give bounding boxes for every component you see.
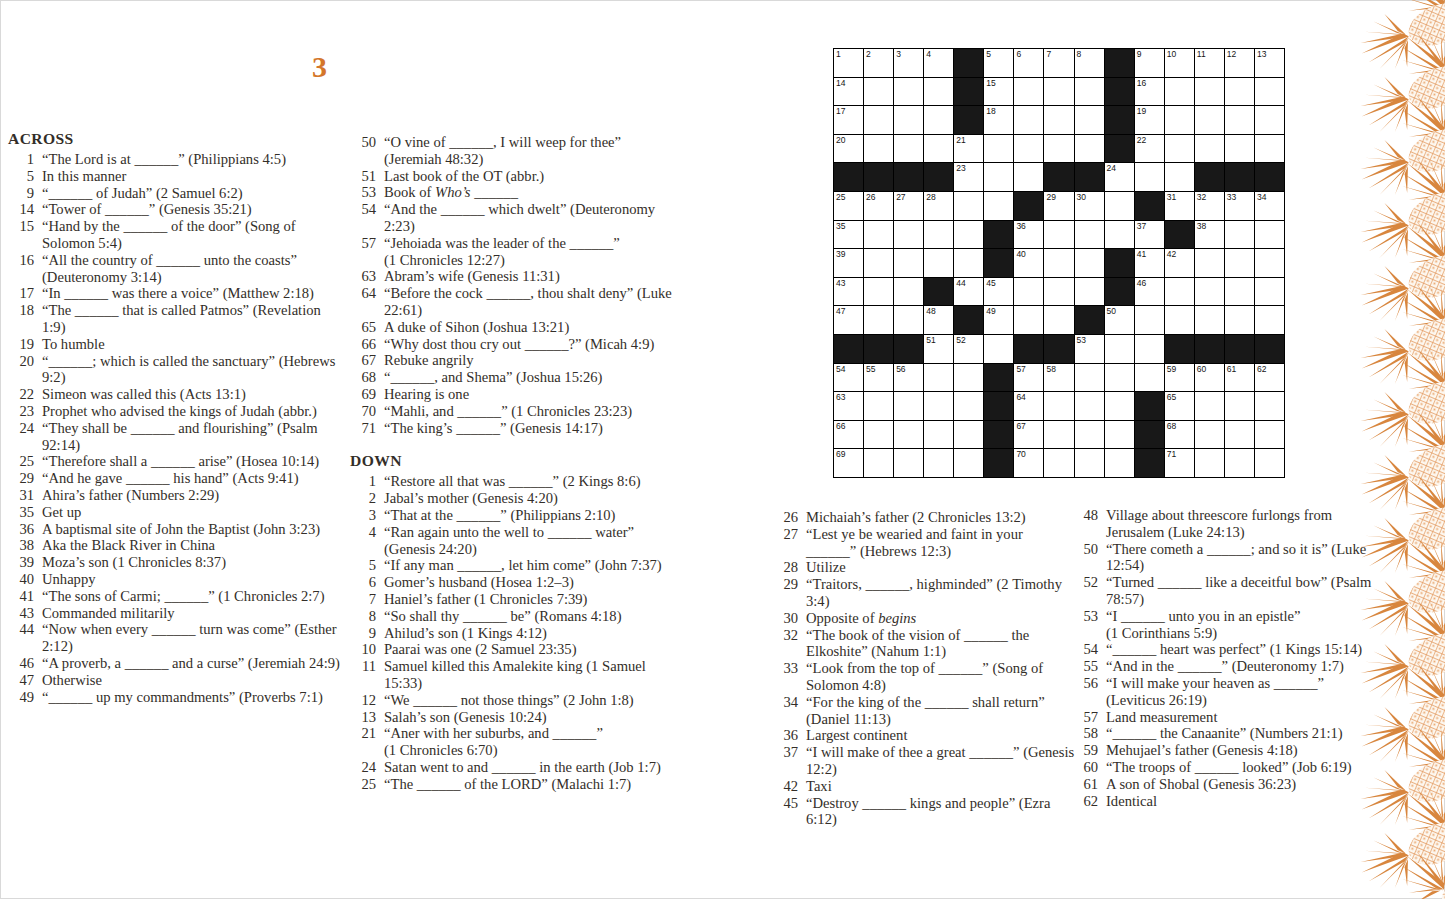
- grid-cell[interactable]: [924, 421, 953, 449]
- grid-cell[interactable]: 70: [1014, 449, 1043, 477]
- clue-text: “Traitors, ______, highminded” (2 Timoth…: [806, 576, 1076, 610]
- clue-number: 33: [772, 660, 798, 694]
- clue-text: Abram’s wife (Genesis 11:31): [384, 268, 672, 285]
- grid-cell[interactable]: [1255, 306, 1284, 334]
- grid-block-cell: [1225, 163, 1254, 191]
- grid-block-cell: [984, 249, 1013, 277]
- grid-cell[interactable]: [984, 135, 1013, 163]
- pineapple-icon: [1351, 111, 1445, 207]
- clue-text: Jabal’s mother (Genesis 4:20): [384, 490, 672, 507]
- grid-cell[interactable]: [894, 221, 923, 249]
- grid-cell[interactable]: 5: [984, 49, 1013, 77]
- clue-item: 12“We ______ not those things” (2 John 1…: [350, 692, 672, 709]
- clue-item: 37“I will make of thee a great ______” (…: [772, 744, 1076, 778]
- grid-cell[interactable]: [864, 421, 893, 449]
- grid-cell[interactable]: [1255, 221, 1284, 249]
- grid-cell[interactable]: [1195, 392, 1224, 420]
- grid-cell[interactable]: [954, 249, 983, 277]
- grid-cell[interactable]: 63: [834, 392, 863, 420]
- grid-block-cell: [1105, 249, 1134, 277]
- clue-item: 36Largest continent: [772, 727, 1076, 744]
- cell-number: 35: [836, 221, 845, 231]
- clue-number: 37: [772, 744, 798, 778]
- down-header: DOWN: [350, 451, 672, 470]
- clue-text: “Lest ye be wearied and faint in your __…: [806, 526, 1076, 560]
- grid-cell[interactable]: [1195, 135, 1224, 163]
- grid-cell[interactable]: [1105, 221, 1134, 249]
- grid-cell[interactable]: 56: [894, 364, 923, 392]
- clue-text: “The king’s ______” (Genesis 14:17): [384, 420, 672, 437]
- clue-text: “______, and Shema” (Joshua 15:26): [384, 369, 672, 386]
- grid-cell[interactable]: 11: [1195, 49, 1224, 77]
- cell-number: 47: [836, 306, 845, 316]
- clue-text: “The sons of Carmi; ______” (1 Chronicle…: [42, 588, 340, 605]
- grid-cell[interactable]: 51: [924, 335, 953, 363]
- clue-item: 35Get up: [8, 504, 340, 521]
- grid-cell[interactable]: [1255, 392, 1284, 420]
- clue-item: 48Village about threescore furlongs from…: [1072, 507, 1378, 541]
- grid-cell[interactable]: [864, 392, 893, 420]
- grid-cell[interactable]: [1195, 449, 1224, 477]
- grid-cell[interactable]: 20: [834, 135, 863, 163]
- grid-cell[interactable]: 34: [1255, 192, 1284, 220]
- grid-cell[interactable]: [1044, 306, 1073, 334]
- grid-cell[interactable]: 21: [954, 135, 983, 163]
- cell-number: 68: [1167, 421, 1176, 431]
- grid-cell[interactable]: 10: [1165, 49, 1194, 77]
- grid-block-cell: [864, 163, 893, 191]
- grid-cell[interactable]: [1225, 278, 1254, 306]
- cell-number: 31: [1167, 192, 1176, 202]
- clue-item: 32“The book of the vision of ______ the …: [772, 627, 1076, 661]
- grid-cell[interactable]: [954, 392, 983, 420]
- grid-cell[interactable]: [864, 278, 893, 306]
- grid-cell[interactable]: [1195, 421, 1224, 449]
- grid-cell[interactable]: 33: [1225, 192, 1254, 220]
- grid-cell[interactable]: [894, 278, 923, 306]
- grid-cell[interactable]: 39: [834, 249, 863, 277]
- grid-cell[interactable]: 38: [1195, 221, 1224, 249]
- grid-block-cell: [1135, 192, 1164, 220]
- grid-block-cell: [1105, 78, 1134, 106]
- clue-item: 39Moza’s son (1 Chronicles 8:37): [8, 554, 340, 571]
- grid-cell[interactable]: 18: [984, 106, 1013, 134]
- grid-cell[interactable]: [1075, 392, 1104, 420]
- grid-cell[interactable]: [954, 449, 983, 477]
- cell-number: 45: [986, 278, 995, 288]
- clue-item: 47Otherwise: [8, 672, 340, 689]
- clue-number: 46: [8, 655, 34, 672]
- pineapple-icon: [1388, 708, 1445, 825]
- clue-item: 8“So shall thy ______ be” (Romans 4:18): [350, 608, 672, 625]
- grid-cell[interactable]: [1195, 278, 1224, 306]
- clue-number: 41: [8, 588, 34, 605]
- grid-cell[interactable]: [1225, 449, 1254, 477]
- grid-cell[interactable]: [1075, 106, 1104, 134]
- cell-number: 42: [1167, 249, 1176, 259]
- grid-cell[interactable]: [1075, 421, 1104, 449]
- grid-cell[interactable]: [864, 249, 893, 277]
- grid-cell[interactable]: [1075, 449, 1104, 477]
- grid-cell[interactable]: [984, 163, 1013, 191]
- clue-item: 43Commanded militarily: [8, 605, 340, 622]
- grid-block-cell: [1044, 163, 1073, 191]
- grid-cell[interactable]: 44: [954, 278, 983, 306]
- clue-text: Satan went to and ______ in the earth (J…: [384, 759, 672, 776]
- clue-text: Moza’s son (1 Chronicles 8:37): [42, 554, 340, 571]
- clue-text: “The book of the vision of ______ the El…: [806, 627, 1076, 661]
- clue-text: “Tower of ______” (Genesis 35:21): [42, 201, 340, 218]
- clue-item: 24“They shall be ______ and flourishing”…: [8, 420, 340, 454]
- grid-cell[interactable]: 19: [1135, 106, 1164, 134]
- grid-cell[interactable]: [954, 192, 983, 220]
- clue-text: Commanded militarily: [42, 605, 340, 622]
- grid-cell[interactable]: 2: [864, 49, 893, 77]
- clue-item: 56“I will make your heaven as ______” (L…: [1072, 675, 1378, 709]
- clue-item: 29“And he gave ______ his hand” (Acts 9:…: [8, 470, 340, 487]
- clue-number: 63: [350, 268, 376, 285]
- clue-text: “Now when every ______ turn was come” (E…: [42, 621, 340, 655]
- clue-text: “Turned ______ like a deceitful bow” (Ps…: [1106, 574, 1378, 608]
- grid-cell[interactable]: 61: [1225, 364, 1254, 392]
- grid-cell[interactable]: [1014, 278, 1043, 306]
- grid-cell[interactable]: [1225, 106, 1254, 134]
- grid-block-cell: [954, 106, 983, 134]
- grid-cell[interactable]: [1044, 106, 1073, 134]
- grid-cell[interactable]: 32: [1195, 192, 1224, 220]
- grid-cell[interactable]: 1: [834, 49, 863, 77]
- clue-number: 17: [8, 285, 34, 302]
- clue-number: 45: [772, 795, 798, 829]
- cell-number: 8: [1077, 49, 1082, 59]
- grid-cell[interactable]: 46: [1135, 278, 1164, 306]
- grid-cell[interactable]: [1014, 106, 1043, 134]
- grid-cell[interactable]: 8: [1075, 49, 1104, 77]
- clues-column-1: ACROSS 1“The Lord is at ______” (Philipp…: [8, 129, 340, 705]
- grid-cell[interactable]: [1195, 249, 1224, 277]
- clue-text: Book of Who’s ______: [384, 184, 672, 201]
- grid-cell[interactable]: [894, 249, 923, 277]
- grid-cell[interactable]: [1105, 449, 1134, 477]
- clue-number: 4: [350, 524, 376, 558]
- grid-cell[interactable]: [1105, 364, 1134, 392]
- grid-cell[interactable]: [1044, 421, 1073, 449]
- grid-cell[interactable]: [864, 78, 893, 106]
- grid-cell[interactable]: [924, 106, 953, 134]
- clue-item: 58“______ the Canaanite” (Numbers 21:1): [1072, 725, 1378, 742]
- grid-cell[interactable]: 14: [834, 78, 863, 106]
- cell-number: 52: [956, 335, 965, 345]
- grid-cell[interactable]: [924, 135, 953, 163]
- cell-number: 36: [1016, 221, 1025, 231]
- grid-cell[interactable]: [954, 364, 983, 392]
- grid-cell[interactable]: [1195, 106, 1224, 134]
- clue-item: 36A baptismal site of John the Baptist (…: [8, 521, 340, 538]
- cell-number: 70: [1016, 449, 1025, 459]
- grid-cell[interactable]: 62: [1255, 364, 1284, 392]
- grid-cell[interactable]: [924, 78, 953, 106]
- clue-number: 57: [350, 235, 376, 269]
- grid-cell[interactable]: [1225, 392, 1254, 420]
- pineapple-icon: [1351, 48, 1445, 144]
- clue-text: “______ up my commandments” (Proverbs 7:…: [42, 689, 340, 706]
- grid-cell[interactable]: 23: [954, 163, 983, 191]
- grid-block-cell: [834, 163, 863, 191]
- grid-cell[interactable]: [1255, 106, 1284, 134]
- grid-cell[interactable]: 64: [1014, 392, 1043, 420]
- grid-cell[interactable]: [1255, 449, 1284, 477]
- grid-cell[interactable]: [924, 449, 953, 477]
- grid-cell[interactable]: 12: [1225, 49, 1254, 77]
- grid-cell[interactable]: 15: [984, 78, 1013, 106]
- grid-cell[interactable]: 45: [984, 278, 1013, 306]
- grid-cell[interactable]: 30: [1075, 192, 1104, 220]
- clue-number: 1: [350, 473, 376, 490]
- grid-cell[interactable]: 67: [1014, 421, 1043, 449]
- clue-text: “In ______ was there a voice” (Matthew 2…: [42, 285, 340, 302]
- grid-cell[interactable]: 13: [1255, 49, 1284, 77]
- grid-block-cell: [834, 335, 863, 363]
- grid-cell[interactable]: 24: [1105, 163, 1134, 191]
- grid-cell[interactable]: [1165, 278, 1194, 306]
- pineapple-icon: [1388, 519, 1445, 636]
- grid-cell[interactable]: 9: [1135, 49, 1164, 77]
- grid-cell[interactable]: 66: [834, 421, 863, 449]
- grid-cell[interactable]: [984, 192, 1013, 220]
- grid-cell[interactable]: [1225, 221, 1254, 249]
- clue-number: 23: [8, 403, 34, 420]
- grid-cell[interactable]: [1075, 221, 1104, 249]
- grid-cell[interactable]: 25: [834, 192, 863, 220]
- grid-cell[interactable]: [1014, 78, 1043, 106]
- grid-cell[interactable]: 68: [1165, 421, 1194, 449]
- grid-cell[interactable]: [1195, 78, 1224, 106]
- grid-cell[interactable]: 4: [924, 49, 953, 77]
- clue-item: 49“______ up my commandments” (Proverbs …: [8, 689, 340, 706]
- grid-cell[interactable]: [1255, 249, 1284, 277]
- grid-cell[interactable]: 41: [1135, 249, 1164, 277]
- clue-number: 27: [772, 526, 798, 560]
- grid-cell[interactable]: [1075, 78, 1104, 106]
- grid-cell[interactable]: [1135, 335, 1164, 363]
- cell-number: 34: [1257, 192, 1266, 202]
- grid-cell[interactable]: 29: [1044, 192, 1073, 220]
- clue-number: 18: [8, 302, 34, 336]
- clue-item: 62Identical: [1072, 793, 1378, 810]
- cell-number: 43: [836, 278, 845, 288]
- grid-block-cell: [954, 49, 983, 77]
- grid-cell[interactable]: [1225, 421, 1254, 449]
- grid-cell[interactable]: [894, 392, 923, 420]
- grid-cell[interactable]: [894, 135, 923, 163]
- clue-item: 15“Hand by the ______ of the door” (Song…: [8, 218, 340, 252]
- clue-text: “If any man ______, let him come” (John …: [384, 557, 672, 574]
- grid-cell[interactable]: [864, 135, 893, 163]
- pineapple-icon: [1351, 237, 1445, 333]
- grid-cell[interactable]: 47: [834, 306, 863, 334]
- grid-cell[interactable]: [1225, 135, 1254, 163]
- grid-cell[interactable]: [924, 364, 953, 392]
- grid-cell[interactable]: 69: [834, 449, 863, 477]
- grid-cell[interactable]: [1165, 106, 1194, 134]
- grid-cell[interactable]: [1225, 78, 1254, 106]
- grid-cell[interactable]: 7: [1044, 49, 1073, 77]
- grid-cell[interactable]: 54: [834, 364, 863, 392]
- clue-number: 64: [350, 285, 376, 319]
- clue-number: 62: [1072, 793, 1098, 810]
- grid-cell[interactable]: [1044, 278, 1073, 306]
- grid-cell[interactable]: 49: [984, 306, 1013, 334]
- grid-cell[interactable]: [1165, 78, 1194, 106]
- grid-cell[interactable]: 26: [864, 192, 893, 220]
- grid-cell[interactable]: 16: [1135, 78, 1164, 106]
- grid-cell[interactable]: 59: [1165, 364, 1194, 392]
- clue-text: “And the ______ which dwelt” (Deuteronom…: [384, 201, 672, 235]
- grid-cell[interactable]: 27: [894, 192, 923, 220]
- grid-cell[interactable]: 53: [1075, 335, 1104, 363]
- grid-cell[interactable]: [1255, 78, 1284, 106]
- clue-number: 58: [1072, 725, 1098, 742]
- grid-cell[interactable]: [1135, 306, 1164, 334]
- grid-cell[interactable]: [1014, 306, 1043, 334]
- grid-cell[interactable]: [1014, 163, 1043, 191]
- clue-item: 30Opposite of begins: [772, 610, 1076, 627]
- grid-cell[interactable]: [894, 106, 923, 134]
- cell-number: 1: [836, 49, 841, 59]
- clue-number: 34: [772, 694, 798, 728]
- grid-cell[interactable]: [1105, 335, 1134, 363]
- pineapple-icon: [1388, 0, 1445, 70]
- grid-cell[interactable]: 65: [1165, 392, 1194, 420]
- grid-cell[interactable]: 40: [1014, 249, 1043, 277]
- clue-number: 42: [772, 778, 798, 795]
- grid-cell[interactable]: 60: [1195, 364, 1224, 392]
- grid-cell[interactable]: [1044, 135, 1073, 163]
- clue-item: 41“The sons of Carmi; ______” (1 Chronic…: [8, 588, 340, 605]
- grid-cell[interactable]: [1044, 78, 1073, 106]
- across-clues-list-1: 1“The Lord is at ______” (Philippians 4:…: [8, 151, 340, 705]
- grid-cell[interactable]: 17: [834, 106, 863, 134]
- grid-cell[interactable]: [894, 449, 923, 477]
- grid-cell[interactable]: [954, 221, 983, 249]
- grid-cell[interactable]: [954, 421, 983, 449]
- clue-number: 11: [350, 658, 376, 692]
- clue-text: Prophet who advised the kings of Judah (…: [42, 403, 340, 420]
- clue-number: 69: [350, 386, 376, 403]
- pineapple-icon: [1388, 393, 1445, 510]
- clue-item: 22Simeon was called this (Acts 13:1): [8, 386, 340, 403]
- clue-number: 28: [772, 559, 798, 576]
- grid-cell[interactable]: [1105, 421, 1134, 449]
- grid-cell[interactable]: 52: [954, 335, 983, 363]
- grid-cell[interactable]: [1255, 135, 1284, 163]
- grid-cell[interactable]: [1225, 249, 1254, 277]
- grid-cell[interactable]: [1165, 163, 1194, 191]
- grid-cell[interactable]: 37: [1135, 221, 1164, 249]
- grid-cell[interactable]: [1044, 249, 1073, 277]
- grid-cell[interactable]: [1135, 364, 1164, 392]
- grid-cell[interactable]: 6: [1014, 49, 1043, 77]
- clue-number: 29: [8, 470, 34, 487]
- grid-cell[interactable]: [924, 249, 953, 277]
- grid-cell[interactable]: [894, 421, 923, 449]
- grid-cell[interactable]: [1105, 192, 1134, 220]
- grid-cell[interactable]: 43: [834, 278, 863, 306]
- grid-cell[interactable]: [1075, 364, 1104, 392]
- clue-number: 8: [350, 608, 376, 625]
- grid-cell[interactable]: 71: [1165, 449, 1194, 477]
- grid-cell[interactable]: 3: [894, 49, 923, 77]
- grid-cell[interactable]: 31: [1165, 192, 1194, 220]
- grid-cell[interactable]: [894, 78, 923, 106]
- grid-cell[interactable]: [1075, 135, 1104, 163]
- clue-item: 57Land measurement: [1072, 709, 1378, 726]
- grid-cell[interactable]: 48: [924, 306, 953, 334]
- grid-cell[interactable]: [864, 106, 893, 134]
- clue-item: 1“The Lord is at ______” (Philippians 4:…: [8, 151, 340, 168]
- grid-block-cell: [1105, 135, 1134, 163]
- crossword-grid[interactable]: 1234567891011121314151617181920212223242…: [833, 48, 1285, 478]
- grid-cell[interactable]: [864, 306, 893, 334]
- grid-cell[interactable]: [924, 392, 953, 420]
- grid-cell[interactable]: [864, 221, 893, 249]
- cell-number: 58: [1046, 364, 1055, 374]
- grid-cell[interactable]: [1255, 278, 1284, 306]
- grid-cell[interactable]: [864, 449, 893, 477]
- clue-number: 9: [8, 185, 34, 202]
- grid-cell[interactable]: [894, 306, 923, 334]
- clue-item: 57“Jehoiada was the leader of the ______…: [350, 235, 672, 269]
- cell-number: 20: [836, 135, 845, 145]
- clue-number: 9: [350, 625, 376, 642]
- cell-number: 11: [1197, 49, 1206, 59]
- clue-text: Opposite of begins: [806, 610, 1076, 627]
- grid-cell[interactable]: [1225, 306, 1254, 334]
- grid-cell[interactable]: [1195, 306, 1224, 334]
- grid-cell[interactable]: 57: [1014, 364, 1043, 392]
- clue-item: 68“______, and Shema” (Joshua 15:26): [350, 369, 672, 386]
- cell-number: 14: [836, 78, 845, 88]
- clue-item: 14“Tower of ______” (Genesis 35:21): [8, 201, 340, 218]
- grid-cell[interactable]: 50: [1105, 306, 1134, 334]
- grid-cell[interactable]: 35: [834, 221, 863, 249]
- grid-cell[interactable]: [1255, 421, 1284, 449]
- grid-cell[interactable]: 58: [1044, 364, 1073, 392]
- grid-cell[interactable]: 42: [1165, 249, 1194, 277]
- grid-cell[interactable]: [1044, 449, 1073, 477]
- grid-cell[interactable]: [1075, 249, 1104, 277]
- grid-cell[interactable]: [1044, 392, 1073, 420]
- grid-cell[interactable]: [1135, 163, 1164, 191]
- clue-item: 31Ahira’s father (Numbers 2:29): [8, 487, 340, 504]
- grid-cell[interactable]: [1105, 392, 1134, 420]
- cell-number: 12: [1227, 49, 1236, 59]
- clue-text: Simeon was called this (Acts 13:1): [42, 386, 340, 403]
- grid-block-cell: [984, 364, 1013, 392]
- grid-cell[interactable]: [984, 335, 1013, 363]
- grid-cell[interactable]: 55: [864, 364, 893, 392]
- grid-cell[interactable]: 36: [1014, 221, 1043, 249]
- grid-cell[interactable]: [1075, 278, 1104, 306]
- grid-cell[interactable]: [1044, 221, 1073, 249]
- grid-cell[interactable]: [1165, 135, 1194, 163]
- cell-number: 39: [836, 249, 845, 259]
- grid-cell[interactable]: [924, 221, 953, 249]
- grid-cell[interactable]: [1165, 306, 1194, 334]
- grid-cell[interactable]: 28: [924, 192, 953, 220]
- grid-cell[interactable]: 22: [1135, 135, 1164, 163]
- grid-cell[interactable]: [1014, 135, 1043, 163]
